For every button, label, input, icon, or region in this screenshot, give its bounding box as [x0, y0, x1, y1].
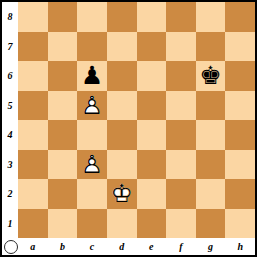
square-b4[interactable]: [48, 120, 78, 150]
square-d3[interactable]: [107, 150, 137, 180]
square-e2[interactable]: [137, 179, 167, 209]
square-c8[interactable]: [77, 2, 107, 32]
square-f1[interactable]: [166, 209, 196, 239]
square-b8[interactable]: [48, 2, 78, 32]
square-h2[interactable]: [225, 179, 255, 209]
black-pawn-glyph: ♟: [77, 61, 107, 91]
rank-label-3: 3: [2, 150, 18, 180]
piece-white-king[interactable]: ♚♔: [107, 179, 137, 209]
square-f6[interactable]: [166, 61, 196, 91]
square-g6[interactable]: ♚: [196, 61, 226, 91]
square-b3[interactable]: [48, 150, 78, 180]
rank-label-8: 8: [2, 2, 18, 32]
square-b1[interactable]: [48, 209, 78, 239]
square-a7[interactable]: [18, 32, 48, 62]
square-d4[interactable]: [107, 120, 137, 150]
rank-label-4: 4: [2, 120, 18, 150]
square-g5[interactable]: [196, 91, 226, 121]
black-king-glyph: ♚: [196, 61, 226, 91]
white-pawn-glyph-outline: ♙: [77, 150, 107, 180]
square-h4[interactable]: [225, 120, 255, 150]
square-a5[interactable]: [18, 91, 48, 121]
square-a6[interactable]: [18, 61, 48, 91]
square-d7[interactable]: [107, 32, 137, 62]
square-e5[interactable]: [137, 91, 167, 121]
file-label-a: a: [18, 238, 48, 255]
rank-label-5: 5: [2, 91, 18, 121]
board-corner-cell: [2, 238, 18, 255]
square-e7[interactable]: [137, 32, 167, 62]
square-c7[interactable]: [77, 32, 107, 62]
square-g8[interactable]: [196, 2, 226, 32]
square-a1[interactable]: [18, 209, 48, 239]
square-e3[interactable]: [137, 150, 167, 180]
square-b5[interactable]: [48, 91, 78, 121]
rank-label-7: 7: [2, 32, 18, 62]
square-h3[interactable]: [225, 150, 255, 180]
square-h8[interactable]: [225, 2, 255, 32]
square-c2[interactable]: [77, 179, 107, 209]
square-e4[interactable]: [137, 120, 167, 150]
square-c5[interactable]: ♟♙: [77, 91, 107, 121]
square-a8[interactable]: [18, 2, 48, 32]
square-d2[interactable]: ♚♔: [107, 179, 137, 209]
square-e1[interactable]: [137, 209, 167, 239]
chess-board-diagram: 876♟♚5♟♙43♟♙2♚♔1abcdefgh: [0, 0, 257, 257]
square-f8[interactable]: [166, 2, 196, 32]
square-g7[interactable]: [196, 32, 226, 62]
square-b2[interactable]: [48, 179, 78, 209]
square-c1[interactable]: [77, 209, 107, 239]
square-d5[interactable]: [107, 91, 137, 121]
square-b7[interactable]: [48, 32, 78, 62]
square-f4[interactable]: [166, 120, 196, 150]
square-g3[interactable]: [196, 150, 226, 180]
file-label-e: e: [137, 238, 167, 255]
square-e6[interactable]: [137, 61, 167, 91]
square-d6[interactable]: [107, 61, 137, 91]
square-f2[interactable]: [166, 179, 196, 209]
square-d8[interactable]: [107, 2, 137, 32]
white-to-move-indicator-icon: [4, 240, 18, 254]
square-f3[interactable]: [166, 150, 196, 180]
piece-black-king[interactable]: ♚: [196, 61, 226, 91]
square-h1[interactable]: [225, 209, 255, 239]
square-c6[interactable]: ♟: [77, 61, 107, 91]
piece-white-pawn[interactable]: ♟♙: [77, 150, 107, 180]
square-d1[interactable]: [107, 209, 137, 239]
file-label-c: c: [77, 238, 107, 255]
file-label-b: b: [48, 238, 78, 255]
square-c4[interactable]: [77, 120, 107, 150]
square-h7[interactable]: [225, 32, 255, 62]
white-king-glyph-outline: ♔: [107, 179, 137, 209]
square-h5[interactable]: [225, 91, 255, 121]
piece-black-pawn[interactable]: ♟: [77, 61, 107, 91]
square-a2[interactable]: [18, 179, 48, 209]
square-a3[interactable]: [18, 150, 48, 180]
square-g2[interactable]: [196, 179, 226, 209]
file-label-d: d: [107, 238, 137, 255]
file-label-h: h: [225, 238, 255, 255]
rank-label-1: 1: [2, 209, 18, 239]
square-a4[interactable]: [18, 120, 48, 150]
square-g4[interactable]: [196, 120, 226, 150]
rank-label-6: 6: [2, 61, 18, 91]
white-pawn-glyph-outline: ♙: [77, 91, 107, 121]
square-h6[interactable]: [225, 61, 255, 91]
square-f7[interactable]: [166, 32, 196, 62]
square-f5[interactable]: [166, 91, 196, 121]
file-label-g: g: [196, 238, 226, 255]
square-b6[interactable]: [48, 61, 78, 91]
square-e8[interactable]: [137, 2, 167, 32]
square-g1[interactable]: [196, 209, 226, 239]
rank-label-2: 2: [2, 179, 18, 209]
piece-white-pawn[interactable]: ♟♙: [77, 91, 107, 121]
square-c3[interactable]: ♟♙: [77, 150, 107, 180]
file-label-f: f: [166, 238, 196, 255]
